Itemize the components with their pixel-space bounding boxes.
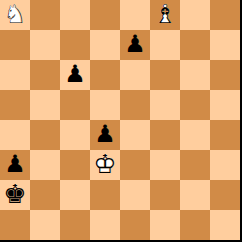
white-bishop[interactable]: ♝♗ <box>150 0 180 30</box>
square-d7[interactable] <box>90 30 120 60</box>
square-e4[interactable] <box>120 120 150 150</box>
square-h4[interactable] <box>210 120 240 150</box>
square-h1[interactable] <box>210 210 240 240</box>
white-knight[interactable]: ♞♘ <box>0 0 30 30</box>
black-pawn[interactable]: ♟ <box>0 150 30 180</box>
square-f4[interactable] <box>150 120 180 150</box>
square-g3[interactable] <box>180 150 210 180</box>
square-a3[interactable]: ♟ <box>0 150 30 180</box>
square-a1[interactable] <box>0 210 30 240</box>
square-c5[interactable] <box>60 90 90 120</box>
black-pawn-icon: ♟ <box>124 32 146 56</box>
square-c8[interactable] <box>60 0 90 30</box>
square-b6[interactable] <box>30 60 60 90</box>
square-a2[interactable]: ♚ <box>0 180 30 210</box>
square-f7[interactable] <box>150 30 180 60</box>
square-e5[interactable] <box>120 90 150 120</box>
square-c7[interactable] <box>60 30 90 60</box>
black-king[interactable]: ♚ <box>0 180 30 210</box>
square-a8[interactable]: ♞♘ <box>0 0 30 30</box>
square-h2[interactable] <box>210 180 240 210</box>
square-e3[interactable] <box>120 150 150 180</box>
black-pawn[interactable]: ♟ <box>120 30 150 60</box>
square-h5[interactable] <box>210 90 240 120</box>
black-pawn-icon: ♟ <box>64 62 86 86</box>
square-g5[interactable] <box>180 90 210 120</box>
square-d8[interactable] <box>90 0 120 30</box>
square-a6[interactable] <box>0 60 30 90</box>
square-h3[interactable] <box>210 150 240 180</box>
square-b2[interactable] <box>30 180 60 210</box>
square-h7[interactable] <box>210 30 240 60</box>
square-e6[interactable] <box>120 60 150 90</box>
square-f8[interactable]: ♝♗ <box>150 0 180 30</box>
square-b1[interactable] <box>30 210 60 240</box>
white-bishop-icon: ♗ <box>153 1 176 27</box>
square-h8[interactable] <box>210 0 240 30</box>
square-g1[interactable] <box>180 210 210 240</box>
black-king-icon: ♚ <box>3 181 26 207</box>
square-c4[interactable] <box>60 120 90 150</box>
square-b5[interactable] <box>30 90 60 120</box>
square-b8[interactable] <box>30 0 60 30</box>
square-b4[interactable] <box>30 120 60 150</box>
square-h6[interactable] <box>210 60 240 90</box>
square-c1[interactable] <box>60 210 90 240</box>
white-knight-icon: ♘ <box>3 1 26 27</box>
black-pawn[interactable]: ♟ <box>90 120 120 150</box>
square-e1[interactable] <box>120 210 150 240</box>
square-g7[interactable] <box>180 30 210 60</box>
square-g8[interactable] <box>180 0 210 30</box>
square-b3[interactable] <box>30 150 60 180</box>
black-pawn[interactable]: ♟ <box>60 60 90 90</box>
square-a7[interactable] <box>0 30 30 60</box>
square-c3[interactable] <box>60 150 90 180</box>
square-f2[interactable] <box>150 180 180 210</box>
square-g2[interactable] <box>180 180 210 210</box>
black-pawn-icon: ♟ <box>94 122 116 146</box>
square-e8[interactable] <box>120 0 150 30</box>
square-d1[interactable] <box>90 210 120 240</box>
square-d5[interactable] <box>90 90 120 120</box>
square-f5[interactable] <box>150 90 180 120</box>
square-d2[interactable] <box>90 180 120 210</box>
square-e2[interactable] <box>120 180 150 210</box>
black-pawn-icon: ♟ <box>4 152 26 176</box>
square-e7[interactable]: ♟ <box>120 30 150 60</box>
square-g4[interactable] <box>180 120 210 150</box>
chess-board-frame: ♞♘♝♗♟♟♟♟♚♔♚ <box>0 0 242 242</box>
square-c2[interactable] <box>60 180 90 210</box>
square-g6[interactable] <box>180 60 210 90</box>
square-d6[interactable] <box>90 60 120 90</box>
square-f1[interactable] <box>150 210 180 240</box>
square-b7[interactable] <box>30 30 60 60</box>
square-d4[interactable]: ♟ <box>90 120 120 150</box>
white-king-icon: ♔ <box>93 151 116 177</box>
square-f3[interactable] <box>150 150 180 180</box>
square-a4[interactable] <box>0 120 30 150</box>
square-d3[interactable]: ♚♔ <box>90 150 120 180</box>
square-c6[interactable]: ♟ <box>60 60 90 90</box>
white-king[interactable]: ♚♔ <box>90 150 120 180</box>
square-f6[interactable] <box>150 60 180 90</box>
square-a5[interactable] <box>0 90 30 120</box>
chess-board: ♞♘♝♗♟♟♟♟♚♔♚ <box>0 0 240 240</box>
